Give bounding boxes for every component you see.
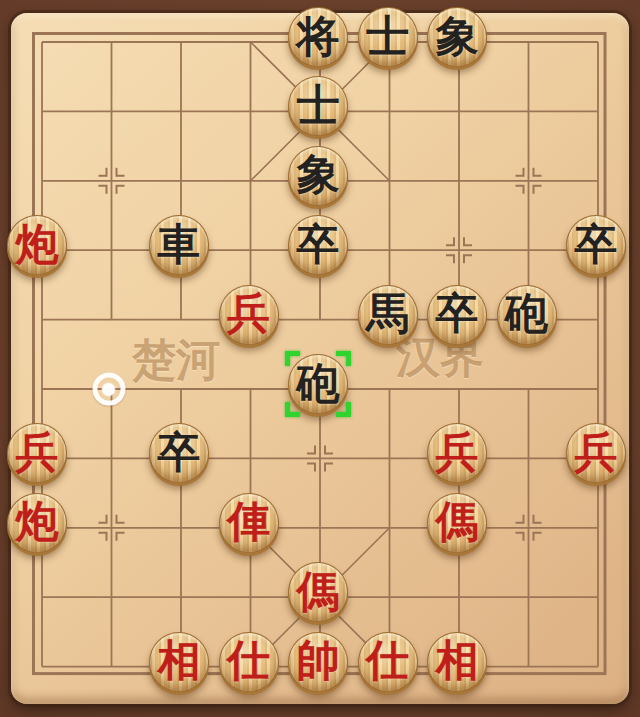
piece-character: 象 [436,15,479,58]
piece-character: 象 [297,153,340,196]
piece-red-advisor[interactable]: 仕 [219,632,279,692]
piece-character: 兵 [575,431,618,474]
piece-character: 兵 [436,431,479,474]
piece-character: 士 [297,84,340,127]
piece-black-cannon[interactable]: 砲 [497,285,557,345]
piece-character: 相 [158,639,201,682]
piece-red-soldier[interactable]: 兵 [7,423,67,483]
piece-black-cannon[interactable]: 砲 [288,354,348,414]
piece-character: 卒 [297,223,340,266]
piece-character: 傌 [436,500,479,543]
piece-black-soldier[interactable]: 卒 [427,285,487,345]
piece-red-elephant[interactable]: 相 [149,632,209,692]
piece-character: 兵 [16,431,59,474]
piece-character: 士 [366,15,409,58]
piece-character: 炮 [16,500,59,543]
piece-red-soldier[interactable]: 兵 [427,423,487,483]
piece-character: 仕 [366,639,409,682]
piece-character: 俥 [227,500,270,543]
piece-character: 砲 [297,362,340,405]
piece-character: 兵 [227,292,270,335]
piece-red-cannon[interactable]: 炮 [7,493,67,553]
piece-black-general[interactable]: 将 [288,7,348,67]
xiangqi-app: 楚河 汉界 将士象士象炮車卒卒兵馬卒砲砲兵卒兵兵炮俥傌傌相仕帥仕相 [0,0,640,717]
piece-character: 卒 [158,431,201,474]
piece-character: 卒 [575,223,618,266]
piece-character: 将 [297,15,340,58]
piece-character: 砲 [505,292,548,335]
piece-red-horse[interactable]: 傌 [427,493,487,553]
piece-character: 馬 [366,292,409,335]
piece-red-horse[interactable]: 傌 [288,562,348,622]
piece-black-soldier[interactable]: 卒 [149,423,209,483]
piece-character: 炮 [16,223,59,266]
piece-red-soldier[interactable]: 兵 [566,423,626,483]
piece-black-elephant[interactable]: 象 [288,146,348,206]
piece-character: 相 [436,639,479,682]
piece-character: 仕 [227,639,270,682]
piece-black-soldier[interactable]: 卒 [288,215,348,275]
piece-red-general[interactable]: 帥 [288,632,348,692]
piece-black-soldier[interactable]: 卒 [566,215,626,275]
piece-red-soldier[interactable]: 兵 [219,285,279,345]
piece-black-advisor[interactable]: 士 [288,76,348,136]
piece-black-advisor[interactable]: 士 [358,7,418,67]
piece-character: 傌 [297,570,340,613]
piece-red-advisor[interactable]: 仕 [358,632,418,692]
piece-black-horse[interactable]: 馬 [358,285,418,345]
piece-red-cannon[interactable]: 炮 [7,215,67,275]
piece-character: 車 [158,223,201,266]
piece-black-chariot[interactable]: 車 [149,215,209,275]
piece-character: 卒 [436,292,479,335]
piece-character: 帥 [297,639,340,682]
piece-black-elephant[interactable]: 象 [427,7,487,67]
piece-red-elephant[interactable]: 相 [427,632,487,692]
piece-red-chariot[interactable]: 俥 [219,493,279,553]
